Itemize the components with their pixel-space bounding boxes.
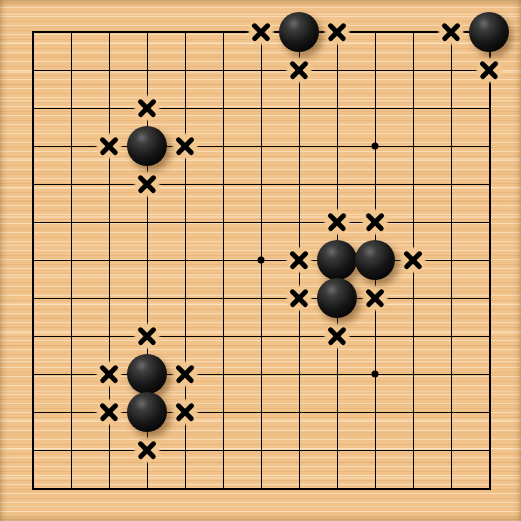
board-point[interactable]: [52, 355, 90, 393]
board-point[interactable]: [14, 13, 52, 51]
board-point[interactable]: [242, 279, 280, 317]
board-point[interactable]: [432, 241, 470, 279]
black-stone: [127, 354, 167, 394]
x-mark: [130, 91, 164, 125]
board-point[interactable]: [356, 393, 394, 431]
board-point[interactable]: [394, 165, 432, 203]
x-mark: [244, 15, 278, 49]
board-point[interactable]: [470, 51, 508, 89]
board-point[interactable]: [318, 89, 356, 127]
board-point[interactable]: [470, 165, 508, 203]
board-point[interactable]: [356, 165, 394, 203]
board-point[interactable]: [128, 279, 166, 317]
board-point[interactable]: [242, 89, 280, 127]
board-point[interactable]: [394, 51, 432, 89]
board-point[interactable]: [14, 127, 52, 165]
board-point[interactable]: [204, 51, 242, 89]
board-point[interactable]: [356, 469, 394, 507]
board-point[interactable]: [318, 469, 356, 507]
board-point[interactable]: [90, 203, 128, 241]
black-stone: [317, 278, 357, 318]
board-point[interactable]: [394, 89, 432, 127]
board-point[interactable]: [166, 393, 204, 431]
board-point[interactable]: [242, 13, 280, 51]
x-mark: [130, 319, 164, 353]
board-point[interactable]: [394, 241, 432, 279]
black-stone: [355, 240, 395, 280]
board-point[interactable]: [14, 279, 52, 317]
board-point[interactable]: [90, 279, 128, 317]
star-point: [372, 143, 379, 150]
board-point[interactable]: [90, 241, 128, 279]
board-point[interactable]: [14, 393, 52, 431]
board-point[interactable]: [432, 469, 470, 507]
board-point[interactable]: [204, 13, 242, 51]
board-point[interactable]: [470, 469, 508, 507]
board-point[interactable]: [166, 89, 204, 127]
board-point[interactable]: [166, 355, 204, 393]
black-stone: [127, 392, 167, 432]
x-mark: [168, 395, 202, 429]
board-point[interactable]: [280, 203, 318, 241]
board-point[interactable]: [280, 393, 318, 431]
board-point[interactable]: [128, 393, 166, 431]
board-point[interactable]: [14, 469, 52, 507]
x-mark: [282, 243, 316, 277]
board-point[interactable]: [52, 165, 90, 203]
board-point[interactable]: [166, 203, 204, 241]
board-point[interactable]: [128, 51, 166, 89]
board-point[interactable]: [394, 13, 432, 51]
board-point[interactable]: [52, 317, 90, 355]
board-point[interactable]: [280, 431, 318, 469]
board-point[interactable]: [166, 13, 204, 51]
board-point[interactable]: [166, 469, 204, 507]
board-point[interactable]: [90, 317, 128, 355]
x-mark: [92, 357, 126, 391]
x-mark: [92, 395, 126, 429]
go-board: [0, 0, 521, 521]
board-point[interactable]: [432, 89, 470, 127]
black-stone: [279, 12, 319, 52]
board-point[interactable]: [204, 203, 242, 241]
board-point[interactable]: [242, 393, 280, 431]
x-mark: [434, 15, 468, 49]
board-point[interactable]: [242, 355, 280, 393]
board-point[interactable]: [52, 203, 90, 241]
board-point[interactable]: [280, 13, 318, 51]
board-point[interactable]: [52, 431, 90, 469]
board-point[interactable]: [356, 355, 394, 393]
board-point[interactable]: [356, 317, 394, 355]
board-point[interactable]: [394, 355, 432, 393]
board-point[interactable]: [318, 241, 356, 279]
board-point[interactable]: [166, 51, 204, 89]
board-point[interactable]: [470, 431, 508, 469]
board-point[interactable]: [432, 13, 470, 51]
board-point[interactable]: [356, 13, 394, 51]
board-point[interactable]: [204, 241, 242, 279]
board-point[interactable]: [356, 431, 394, 469]
board-point[interactable]: [394, 393, 432, 431]
board-point[interactable]: [280, 241, 318, 279]
star-point: [372, 371, 379, 378]
board-point[interactable]: [356, 51, 394, 89]
board-point[interactable]: [394, 279, 432, 317]
board-point[interactable]: [14, 431, 52, 469]
board-point[interactable]: [128, 89, 166, 127]
board-point[interactable]: [128, 241, 166, 279]
board-point[interactable]: [470, 127, 508, 165]
board-point[interactable]: [280, 165, 318, 203]
board-point[interactable]: [318, 317, 356, 355]
board-point[interactable]: [52, 89, 90, 127]
board-point[interactable]: [242, 127, 280, 165]
board-point[interactable]: [470, 355, 508, 393]
board-point[interactable]: [14, 165, 52, 203]
board-point[interactable]: [90, 393, 128, 431]
board-point[interactable]: [394, 431, 432, 469]
x-mark: [168, 129, 202, 163]
board-point[interactable]: [394, 317, 432, 355]
board-point[interactable]: [470, 241, 508, 279]
x-mark: [320, 319, 354, 353]
board-point[interactable]: [52, 127, 90, 165]
x-mark: [358, 281, 392, 315]
board-point[interactable]: [166, 165, 204, 203]
board-point[interactable]: [242, 241, 280, 279]
board-point[interactable]: [90, 127, 128, 165]
board-point[interactable]: [166, 431, 204, 469]
board-point[interactable]: [432, 279, 470, 317]
board-point[interactable]: [470, 89, 508, 127]
board-point[interactable]: [204, 393, 242, 431]
board-point[interactable]: [432, 127, 470, 165]
board-point[interactable]: [14, 51, 52, 89]
board-point[interactable]: [242, 51, 280, 89]
board-point[interactable]: [204, 317, 242, 355]
board-point[interactable]: [204, 165, 242, 203]
board-point[interactable]: [128, 165, 166, 203]
board-point[interactable]: [166, 241, 204, 279]
board-point[interactable]: [470, 279, 508, 317]
board-point[interactable]: [318, 13, 356, 51]
board-point[interactable]: [90, 89, 128, 127]
board-point[interactable]: [432, 317, 470, 355]
board-point[interactable]: [52, 393, 90, 431]
board-point[interactable]: [432, 393, 470, 431]
board-point[interactable]: [280, 127, 318, 165]
board-point[interactable]: [318, 355, 356, 393]
board-point[interactable]: [14, 203, 52, 241]
board-point[interactable]: [280, 317, 318, 355]
board-point[interactable]: [204, 431, 242, 469]
board-point[interactable]: [318, 51, 356, 89]
board-point[interactable]: [242, 431, 280, 469]
board-point[interactable]: [52, 51, 90, 89]
board-point[interactable]: [52, 13, 90, 51]
x-mark: [92, 129, 126, 163]
x-mark: [396, 243, 430, 277]
x-mark: [130, 167, 164, 201]
board-point[interactable]: [242, 165, 280, 203]
x-mark: [358, 205, 392, 239]
board-point[interactable]: [318, 203, 356, 241]
black-stone: [317, 240, 357, 280]
board-point[interactable]: [90, 165, 128, 203]
board-point[interactable]: [166, 127, 204, 165]
x-mark: [168, 357, 202, 391]
black-stone: [127, 126, 167, 166]
board-point[interactable]: [128, 431, 166, 469]
board-point[interactable]: [318, 393, 356, 431]
board-point[interactable]: [128, 127, 166, 165]
board-point[interactable]: [318, 165, 356, 203]
board-point[interactable]: [394, 469, 432, 507]
board-point[interactable]: [280, 51, 318, 89]
board-point[interactable]: [90, 431, 128, 469]
board-point[interactable]: [14, 317, 52, 355]
board-point[interactable]: [204, 355, 242, 393]
board-point[interactable]: [318, 279, 356, 317]
board-point[interactable]: [90, 13, 128, 51]
board-point[interactable]: [242, 203, 280, 241]
board-point[interactable]: [394, 127, 432, 165]
board-point[interactable]: [356, 203, 394, 241]
board-point[interactable]: [128, 13, 166, 51]
board-point[interactable]: [90, 469, 128, 507]
board-point[interactable]: [52, 241, 90, 279]
board-point[interactable]: [394, 203, 432, 241]
board-point[interactable]: [166, 279, 204, 317]
board-point[interactable]: [14, 241, 52, 279]
x-mark: [282, 281, 316, 315]
board-point[interactable]: [280, 279, 318, 317]
board-point[interactable]: [280, 355, 318, 393]
x-mark: [320, 15, 354, 49]
board-point[interactable]: [128, 203, 166, 241]
board-point[interactable]: [242, 317, 280, 355]
board-point[interactable]: [52, 279, 90, 317]
board-point[interactable]: [128, 469, 166, 507]
board-point[interactable]: [14, 89, 52, 127]
board-point[interactable]: [470, 317, 508, 355]
board-point[interactable]: [52, 469, 90, 507]
board-point[interactable]: [432, 165, 470, 203]
board-point[interactable]: [128, 355, 166, 393]
x-mark: [472, 53, 506, 87]
board-point[interactable]: [14, 355, 52, 393]
board-point[interactable]: [356, 127, 394, 165]
board-point[interactable]: [356, 241, 394, 279]
board-point[interactable]: [470, 393, 508, 431]
board-point[interactable]: [432, 203, 470, 241]
board-point[interactable]: [204, 127, 242, 165]
board-point[interactable]: [432, 51, 470, 89]
board-point[interactable]: [318, 431, 356, 469]
board-point[interactable]: [90, 355, 128, 393]
board-grid: [14, 13, 508, 507]
board-point[interactable]: [204, 89, 242, 127]
black-stone: [469, 12, 509, 52]
board-point[interactable]: [242, 469, 280, 507]
board-point[interactable]: [318, 127, 356, 165]
board-point[interactable]: [128, 317, 166, 355]
board-point[interactable]: [166, 317, 204, 355]
board-point[interactable]: [432, 355, 470, 393]
x-mark: [320, 205, 354, 239]
board-point[interactable]: [90, 51, 128, 89]
board-point[interactable]: [280, 469, 318, 507]
board-point[interactable]: [470, 203, 508, 241]
board-point[interactable]: [280, 89, 318, 127]
board-point[interactable]: [356, 89, 394, 127]
board-point[interactable]: [470, 13, 508, 51]
x-mark: [282, 53, 316, 87]
board-point[interactable]: [356, 279, 394, 317]
board-point[interactable]: [204, 469, 242, 507]
star-point: [258, 257, 265, 264]
board-point[interactable]: [204, 279, 242, 317]
board-point[interactable]: [432, 431, 470, 469]
x-mark: [130, 433, 164, 467]
